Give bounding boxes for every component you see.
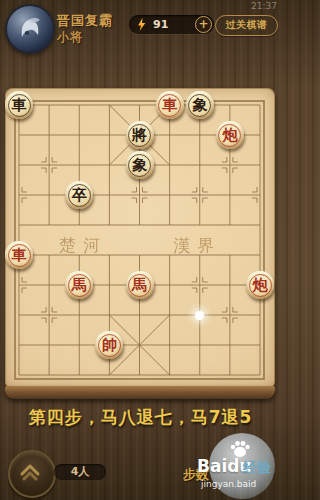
watermark: Baidu 经验 jingyan.baid: [181, 432, 281, 500]
piece-red-車[interactable]: 車: [5, 241, 33, 269]
river-label: 楚河: [59, 235, 107, 255]
add-energy-button[interactable]: +: [195, 16, 212, 33]
watermark-url: jingyan.baid: [201, 479, 256, 489]
lightning-icon: [137, 18, 146, 31]
piece-red-炮[interactable]: 炮: [216, 121, 244, 149]
piece-red-馬[interactable]: 馬: [126, 271, 154, 299]
paw-icon: [229, 439, 251, 459]
records-button[interactable]: 过关棋谱: [215, 15, 278, 36]
energy-bar: 91 +: [129, 15, 214, 34]
collapse-button[interactable]: [8, 450, 56, 498]
piece-red-車[interactable]: 車: [156, 91, 184, 119]
status-time: 21:37: [251, 1, 277, 11]
piece-black-象[interactable]: 象: [186, 91, 214, 119]
xiangqi-board[interactable]: 楚河漢界車車象將炮象卒車馬馬炮帥: [5, 88, 275, 388]
rank-label: 小将: [57, 29, 83, 46]
move-hint-dot[interactable]: [195, 311, 204, 320]
player-avatar[interactable]: [5, 4, 55, 54]
piece-black-車[interactable]: 車: [5, 91, 33, 119]
piece-black-將[interactable]: 將: [126, 121, 154, 149]
piece-red-炮[interactable]: 炮: [246, 271, 274, 299]
board-edge: [5, 386, 275, 399]
river-label: 漢界: [173, 235, 221, 255]
chevron-up-icon: [10, 452, 50, 492]
level-title: 晋国复霸: [57, 12, 113, 30]
warrior-helmet-icon: [12, 11, 48, 47]
players-count-badge: 4人: [54, 464, 106, 480]
piece-black-象[interactable]: 象: [126, 151, 154, 179]
energy-value: 91: [153, 18, 168, 31]
watermark-suffix: 经验: [243, 459, 271, 477]
move-hint-text: 第四步，马八退七，马7退5: [0, 406, 281, 429]
